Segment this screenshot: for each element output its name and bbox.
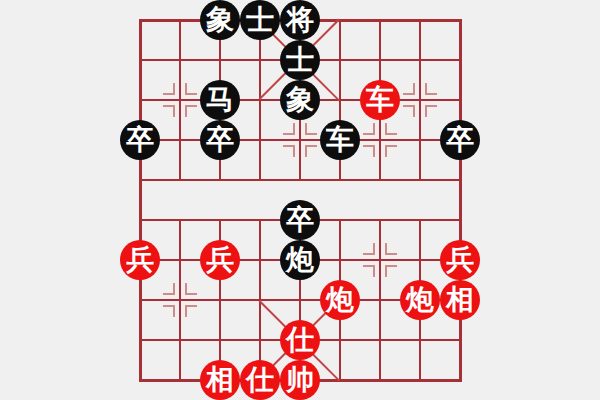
point-marker (185, 105, 197, 117)
grid-line (179, 219, 181, 381)
point-marker (403, 105, 415, 117)
point-marker (425, 83, 437, 95)
point-marker (425, 105, 437, 117)
piece-red-chariot[interactable]: 车 (360, 80, 400, 120)
piece-black-general[interactable]: 将 (280, 0, 320, 40)
piece-red-soldier[interactable]: 兵 (120, 240, 160, 280)
piece-black-advisor[interactable]: 士 (280, 40, 320, 80)
grid-line (379, 219, 381, 381)
piece-black-elephant[interactable]: 象 (200, 0, 240, 40)
piece-red-elephant[interactable]: 相 (440, 280, 480, 320)
point-marker (305, 145, 317, 157)
piece-red-cannon[interactable]: 炮 (400, 280, 440, 320)
piece-black-advisor[interactable]: 士 (240, 0, 280, 40)
point-marker (385, 145, 397, 157)
point-marker (363, 265, 375, 277)
point-marker (163, 83, 175, 95)
piece-red-soldier[interactable]: 兵 (440, 240, 480, 280)
point-marker (163, 283, 175, 295)
piece-black-soldier[interactable]: 卒 (280, 200, 320, 240)
point-marker (363, 145, 375, 157)
point-marker (385, 265, 397, 277)
piece-black-soldier[interactable]: 卒 (120, 120, 160, 160)
point-marker (163, 305, 175, 317)
piece-black-horse[interactable]: 马 (200, 80, 240, 120)
point-marker (305, 123, 317, 135)
point-marker (363, 123, 375, 135)
point-marker (283, 123, 295, 135)
point-marker (385, 243, 397, 255)
point-marker (185, 283, 197, 295)
grid-line (459, 19, 462, 382)
xiangqi-board: 象士将士马象车卒卒车卒卒兵兵炮兵炮炮相仕相仕帅 (0, 0, 600, 400)
point-marker (385, 123, 397, 135)
point-marker (163, 105, 175, 117)
grid-line (419, 19, 421, 181)
point-marker (185, 83, 197, 95)
point-marker (283, 145, 295, 157)
grid-line (179, 19, 181, 181)
piece-red-cannon[interactable]: 炮 (320, 280, 360, 320)
point-marker (363, 243, 375, 255)
piece-red-advisor[interactable]: 仕 (240, 360, 280, 400)
point-marker (403, 83, 415, 95)
point-marker (185, 305, 197, 317)
xiangqi-app: 象士将士马象车卒卒车卒卒兵兵炮兵炮炮相仕相仕帅 (0, 0, 600, 400)
piece-black-chariot[interactable]: 车 (320, 120, 360, 160)
piece-red-elephant[interactable]: 相 (200, 360, 240, 400)
piece-black-elephant[interactable]: 象 (280, 80, 320, 120)
piece-black-soldier[interactable]: 卒 (200, 120, 240, 160)
piece-red-general[interactable]: 帅 (280, 360, 320, 400)
piece-black-soldier[interactable]: 卒 (440, 120, 480, 160)
piece-red-advisor[interactable]: 仕 (280, 320, 320, 360)
grid-line (139, 19, 142, 382)
piece-black-cannon[interactable]: 炮 (280, 240, 320, 280)
piece-red-soldier[interactable]: 兵 (200, 240, 240, 280)
